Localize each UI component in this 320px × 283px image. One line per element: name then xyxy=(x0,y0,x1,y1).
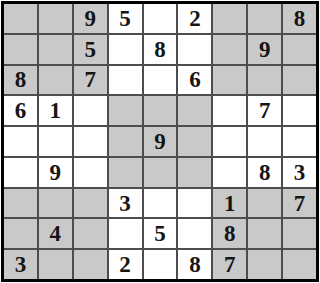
cell-r2c9[interactable] xyxy=(283,35,316,64)
cell-r6c2[interactable]: 9 xyxy=(39,158,72,187)
cell-r7c1[interactable] xyxy=(4,189,37,218)
cell-r1c8[interactable] xyxy=(248,4,281,33)
cell-r8c7[interactable]: 8 xyxy=(213,219,246,248)
cell-r1c2[interactable] xyxy=(39,4,72,33)
cell-r3c9[interactable] xyxy=(283,66,316,95)
cell-r2c4[interactable] xyxy=(109,35,142,64)
cell-r5c6[interactable] xyxy=(178,127,211,156)
cell-r8c8[interactable] xyxy=(248,219,281,248)
cell-r4c4[interactable] xyxy=(109,96,142,125)
cell-r3c7[interactable] xyxy=(213,66,246,95)
sudoku-page: 952858987661799833174583287 xyxy=(0,0,320,283)
cell-r6c5[interactable] xyxy=(144,158,177,187)
cell-r3c1[interactable]: 8 xyxy=(4,66,37,95)
cell-r8c2[interactable]: 4 xyxy=(39,219,72,248)
cell-r9c8[interactable] xyxy=(248,250,281,279)
cell-r9c3[interactable] xyxy=(74,250,107,279)
cell-r3c5[interactable] xyxy=(144,66,177,95)
cell-r3c4[interactable] xyxy=(109,66,142,95)
cell-r2c1[interactable] xyxy=(4,35,37,64)
cell-r5c2[interactable] xyxy=(39,127,72,156)
cell-r4c9[interactable] xyxy=(283,96,316,125)
cell-r5c5[interactable]: 9 xyxy=(144,127,177,156)
cell-r1c4[interactable]: 5 xyxy=(109,4,142,33)
cell-r8c1[interactable] xyxy=(4,219,37,248)
cell-r8c9[interactable] xyxy=(283,219,316,248)
sudoku-board: 952858987661799833174583287 xyxy=(1,1,319,282)
cell-r2c7[interactable] xyxy=(213,35,246,64)
cell-r3c8[interactable] xyxy=(248,66,281,95)
cell-r1c9[interactable]: 8 xyxy=(283,4,316,33)
cell-r9c2[interactable] xyxy=(39,250,72,279)
cell-r3c3[interactable]: 7 xyxy=(74,66,107,95)
cell-r2c8[interactable]: 9 xyxy=(248,35,281,64)
cell-r2c6[interactable] xyxy=(178,35,211,64)
cell-r7c9[interactable]: 7 xyxy=(283,189,316,218)
cell-r9c9[interactable] xyxy=(283,250,316,279)
cell-r5c4[interactable] xyxy=(109,127,142,156)
cell-r3c6[interactable]: 6 xyxy=(178,66,211,95)
cell-r7c2[interactable] xyxy=(39,189,72,218)
cell-r9c1[interactable]: 3 xyxy=(4,250,37,279)
cell-r9c6[interactable]: 8 xyxy=(178,250,211,279)
cell-r8c4[interactable] xyxy=(109,219,142,248)
cell-r4c8[interactable]: 7 xyxy=(248,96,281,125)
cell-r7c3[interactable] xyxy=(74,189,107,218)
cell-r4c5[interactable] xyxy=(144,96,177,125)
cell-r1c5[interactable] xyxy=(144,4,177,33)
cell-r7c6[interactable] xyxy=(178,189,211,218)
cell-r8c6[interactable] xyxy=(178,219,211,248)
cell-r7c5[interactable] xyxy=(144,189,177,218)
cell-r5c9[interactable] xyxy=(283,127,316,156)
cell-r6c1[interactable] xyxy=(4,158,37,187)
cell-r2c5[interactable]: 8 xyxy=(144,35,177,64)
cell-r1c1[interactable] xyxy=(4,4,37,33)
cell-r6c4[interactable] xyxy=(109,158,142,187)
cell-r5c1[interactable] xyxy=(4,127,37,156)
cell-r6c3[interactable] xyxy=(74,158,107,187)
cell-r8c5[interactable]: 5 xyxy=(144,219,177,248)
cell-r4c1[interactable]: 6 xyxy=(4,96,37,125)
cell-r6c7[interactable] xyxy=(213,158,246,187)
cell-r1c3[interactable]: 9 xyxy=(74,4,107,33)
cell-r9c5[interactable] xyxy=(144,250,177,279)
cell-r2c2[interactable] xyxy=(39,35,72,64)
cell-r9c4[interactable]: 2 xyxy=(109,250,142,279)
cell-r3c2[interactable] xyxy=(39,66,72,95)
cell-r2c3[interactable]: 5 xyxy=(74,35,107,64)
cell-r7c4[interactable]: 3 xyxy=(109,189,142,218)
cell-r5c8[interactable] xyxy=(248,127,281,156)
cell-r7c7[interactable]: 1 xyxy=(213,189,246,218)
cell-r4c6[interactable] xyxy=(178,96,211,125)
cell-r1c6[interactable]: 2 xyxy=(178,4,211,33)
cell-r5c3[interactable] xyxy=(74,127,107,156)
cell-r1c7[interactable] xyxy=(213,4,246,33)
cell-r4c3[interactable] xyxy=(74,96,107,125)
cell-r9c7[interactable]: 7 xyxy=(213,250,246,279)
cell-r4c7[interactable] xyxy=(213,96,246,125)
cell-r4c2[interactable]: 1 xyxy=(39,96,72,125)
cell-r5c7[interactable] xyxy=(213,127,246,156)
cell-r6c8[interactable]: 8 xyxy=(248,158,281,187)
cell-r6c9[interactable]: 3 xyxy=(283,158,316,187)
cell-r8c3[interactable] xyxy=(74,219,107,248)
cell-r7c8[interactable] xyxy=(248,189,281,218)
cell-r6c6[interactable] xyxy=(178,158,211,187)
